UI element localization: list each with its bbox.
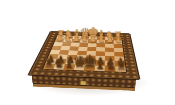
piece-black-rook: ♜ (43, 57, 53, 68)
chess-set-photo: ♜♞♝♛♚♝♞♜♟♟♟♟♟♟♟♟♟♟♟♟♟♟♟♟♜♞♝♛♚♝♞♜ (0, 0, 175, 105)
square: ♟ (115, 61, 125, 66)
piece-white-rook: ♜ (113, 31, 121, 40)
square: ♜ (115, 66, 126, 72)
square (78, 47, 88, 51)
clasp-icon (80, 81, 86, 85)
square: ♝ (94, 65, 104, 71)
box-front-panel (31, 74, 136, 91)
piece-white-rook: ♜ (56, 29, 64, 38)
board-grid: ♜♞♝♛♚♝♞♜♟♟♟♟♟♟♟♟♟♟♟♟♟♟♟♟♜♞♝♛♚♝♞♜ (43, 35, 126, 72)
square (68, 50, 78, 55)
piece-white-knight: ♞ (64, 29, 73, 39)
square: ♞ (105, 66, 115, 72)
square: ♚ (84, 65, 95, 71)
piece-black-rook: ♜ (115, 60, 125, 72)
scene: ♜♞♝♛♚♝♞♜♟♟♟♟♟♟♟♟♟♟♟♟♟♟♟♟♜♞♝♛♚♝♞♜ (40, 4, 132, 96)
square (96, 47, 105, 51)
chess-board: ♜♞♝♛♚♝♞♜♟♟♟♟♟♟♟♟♟♟♟♟♟♟♟♟♜♞♝♛♚♝♞♜ (27, 31, 140, 80)
square (77, 51, 87, 56)
